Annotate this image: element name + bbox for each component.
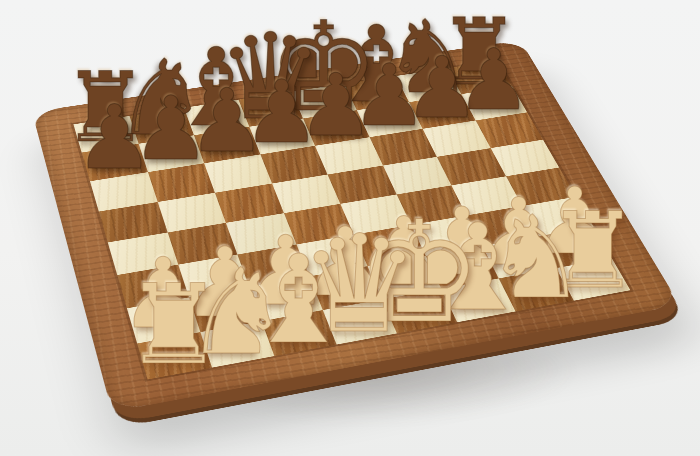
chess-scene: ♜♞♝♛♚♝♞♜♟♟♟♟♟♟♟♟♟♟♟♟♟♟♟♟♜♞♝♛♚♝♞♜ <box>0 0 700 456</box>
